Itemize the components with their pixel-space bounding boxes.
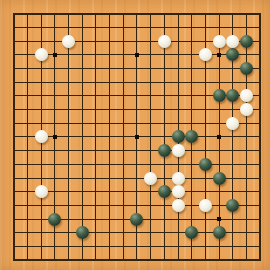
- grid-line-horizontal: [13, 164, 262, 165]
- go-board[interactable]: [0, 0, 270, 270]
- white-stone[interactable]: [226, 35, 239, 48]
- white-stone[interactable]: [240, 89, 253, 102]
- grid-line-horizontal: [13, 246, 262, 247]
- grid-line-horizontal: [13, 205, 262, 206]
- grid-line-vertical: [259, 13, 261, 262]
- black-stone[interactable]: [48, 213, 61, 226]
- star-point: [217, 217, 221, 221]
- black-stone[interactable]: [240, 35, 253, 48]
- black-stone[interactable]: [158, 185, 171, 198]
- star-point: [135, 53, 139, 57]
- white-stone[interactable]: [172, 144, 185, 157]
- white-stone[interactable]: [199, 48, 212, 61]
- star-point: [135, 135, 139, 139]
- grid-line-vertical: [150, 13, 151, 262]
- grid-line-vertical: [246, 13, 247, 262]
- star-point: [53, 135, 57, 139]
- white-stone[interactable]: [240, 103, 253, 116]
- black-stone[interactable]: [226, 199, 239, 212]
- white-stone[interactable]: [172, 185, 185, 198]
- black-stone[interactable]: [130, 213, 143, 226]
- black-stone[interactable]: [158, 144, 171, 157]
- grid-line-vertical: [164, 13, 165, 262]
- black-stone[interactable]: [213, 89, 226, 102]
- black-stone[interactable]: [185, 130, 198, 143]
- black-stone[interactable]: [213, 226, 226, 239]
- white-stone[interactable]: [158, 35, 171, 48]
- white-stone[interactable]: [144, 172, 157, 185]
- white-stone[interactable]: [199, 199, 212, 212]
- white-stone[interactable]: [35, 130, 48, 143]
- star-point: [217, 53, 221, 57]
- black-stone[interactable]: [76, 226, 89, 239]
- star-point: [217, 135, 221, 139]
- grid-line-horizontal: [13, 150, 262, 151]
- white-stone[interactable]: [213, 35, 226, 48]
- grid-line-horizontal: [13, 191, 262, 192]
- black-stone[interactable]: [213, 172, 226, 185]
- white-stone[interactable]: [172, 199, 185, 212]
- star-point: [53, 53, 57, 57]
- black-stone[interactable]: [226, 48, 239, 61]
- black-stone[interactable]: [172, 130, 185, 143]
- grid-line-horizontal: [13, 259, 262, 261]
- black-stone[interactable]: [226, 89, 239, 102]
- white-stone[interactable]: [35, 185, 48, 198]
- black-stone[interactable]: [185, 226, 198, 239]
- black-stone[interactable]: [199, 158, 212, 171]
- white-stone[interactable]: [226, 117, 239, 130]
- black-stone[interactable]: [240, 62, 253, 75]
- white-stone[interactable]: [172, 172, 185, 185]
- white-stone[interactable]: [35, 48, 48, 61]
- white-stone[interactable]: [62, 35, 75, 48]
